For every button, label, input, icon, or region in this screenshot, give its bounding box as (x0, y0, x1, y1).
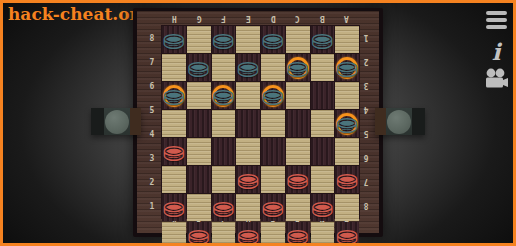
square-A7[interactable] (162, 54, 186, 81)
square-D7[interactable]: ⛂ (236, 54, 260, 81)
watermark-text: hack-cheat.org (8, 4, 150, 24)
teal-checker-piece[interactable]: ⛂ (212, 82, 235, 109)
square-G5[interactable] (311, 110, 335, 137)
square-A1[interactable] (162, 222, 186, 246)
rank-label: 2 (360, 50, 372, 74)
square-G3[interactable] (311, 166, 335, 193)
square-D2[interactable] (236, 194, 260, 221)
app-screen: hack-cheat.org HGFEDCBA ABCDEFGH 8765432… (0, 0, 516, 246)
teal-checker-piece[interactable]: ⛂ (187, 54, 210, 81)
square-F3[interactable]: ⛂ (286, 166, 310, 193)
square-A2[interactable]: ⛂ (162, 194, 186, 221)
square-C5[interactable] (212, 110, 236, 137)
square-A3[interactable] (162, 166, 186, 193)
tray-wood-mount (375, 108, 386, 135)
tray-disc (105, 110, 129, 134)
teal-checker-piece[interactable]: ⛂ (336, 54, 359, 81)
rank-label: 1 (360, 26, 372, 50)
board-frame: HGFEDCBA ABCDEFGH 87654321 12345678 ⛂⛂⛂⛂… (137, 11, 379, 233)
square-C7[interactable] (212, 54, 236, 81)
square-F4[interactable] (286, 138, 310, 165)
side-controls: i (483, 8, 509, 92)
square-F8[interactable] (286, 26, 310, 53)
square-H2[interactable] (335, 194, 359, 221)
rank-label: 5 (360, 122, 372, 146)
square-B4[interactable] (187, 138, 211, 165)
teal-checker-piece[interactable]: ⛂ (262, 82, 285, 109)
tray-disc (387, 110, 411, 134)
rank-label: 3 (360, 74, 372, 98)
square-A6[interactable]: ⛂ (162, 82, 186, 109)
square-E5[interactable] (261, 110, 285, 137)
square-E6[interactable]: ⛂ (261, 82, 285, 109)
left-piece-tray (91, 108, 141, 135)
square-G7[interactable] (311, 54, 335, 81)
square-A4[interactable]: ⛂ (162, 138, 186, 165)
file-label: F (211, 13, 236, 24)
square-C2[interactable]: ⛂ (212, 194, 236, 221)
file-label: G (187, 13, 212, 24)
square-D5[interactable] (236, 110, 260, 137)
square-G4[interactable] (311, 138, 335, 165)
board-grid: ⛂⛂⛂⛂⛂⛂⛂⛂⛂⛂⛂⛂⛂⛂⛂⛂⛂⛂⛂⛂⛂⛂⛂⛂ (161, 25, 360, 219)
teal-checker-piece[interactable]: ⛂ (163, 82, 186, 109)
red-checker-piece[interactable]: ⛂ (286, 166, 309, 193)
square-H6[interactable] (335, 82, 359, 109)
square-H1[interactable]: ⛂ (335, 222, 359, 246)
square-H4[interactable] (335, 138, 359, 165)
square-B5[interactable] (187, 110, 211, 137)
video-camera-icon[interactable] (483, 67, 509, 92)
square-B6[interactable] (187, 82, 211, 109)
square-F1[interactable]: ⛂ (286, 222, 310, 246)
teal-checker-piece[interactable]: ⛂ (212, 26, 235, 53)
square-E4[interactable] (261, 138, 285, 165)
teal-checker-piece[interactable]: ⛂ (336, 110, 359, 137)
square-G8[interactable]: ⛂ (311, 26, 335, 53)
teal-checker-piece[interactable]: ⛂ (262, 26, 285, 53)
square-F5[interactable] (286, 110, 310, 137)
square-D1[interactable]: ⛂ (236, 222, 260, 246)
info-icon[interactable]: i (483, 40, 509, 63)
teal-checker-piece[interactable]: ⛂ (311, 26, 334, 53)
square-H8[interactable] (335, 26, 359, 53)
red-checker-piece[interactable]: ⛂ (286, 222, 309, 246)
file-label: C (285, 13, 310, 24)
rank-label: 3 (146, 146, 158, 170)
file-label: E (236, 13, 261, 24)
file-label: A (334, 13, 359, 24)
square-G2[interactable]: ⛂ (311, 194, 335, 221)
square-B7[interactable]: ⛂ (187, 54, 211, 81)
menu-icon[interactable] (483, 8, 509, 29)
rank-labels-left: 87654321 (146, 26, 158, 218)
square-B2[interactable] (187, 194, 211, 221)
red-checker-piece[interactable]: ⛂ (311, 194, 334, 221)
square-B3[interactable] (187, 166, 211, 193)
rank-label: 2 (146, 170, 158, 194)
square-G1[interactable] (311, 222, 335, 246)
rank-label: 8 (146, 26, 158, 50)
square-D4[interactable] (236, 138, 260, 165)
square-E2[interactable]: ⛂ (261, 194, 285, 221)
teal-checker-piece[interactable]: ⛂ (286, 54, 309, 81)
right-piece-tray (375, 108, 425, 135)
square-C1[interactable] (212, 222, 236, 246)
teal-checker-piece[interactable]: ⛂ (163, 26, 186, 53)
red-checker-piece[interactable]: ⛂ (212, 194, 235, 221)
square-F2[interactable] (286, 194, 310, 221)
checkers-board: HGFEDCBA ABCDEFGH 87654321 12345678 ⛂⛂⛂⛂… (133, 8, 383, 237)
square-D3[interactable]: ⛂ (236, 166, 260, 193)
rank-label: 6 (360, 146, 372, 170)
square-H5[interactable]: ⛂ (335, 110, 359, 137)
square-F6[interactable] (286, 82, 310, 109)
rank-label: 1 (146, 194, 158, 218)
red-checker-piece[interactable]: ⛂ (336, 222, 359, 246)
file-label: D (261, 13, 286, 24)
red-checker-piece[interactable]: ⛂ (187, 222, 210, 246)
red-checker-piece[interactable]: ⛂ (163, 194, 186, 221)
rank-labels-right: 12345678 (360, 26, 372, 218)
red-checker-piece[interactable]: ⛂ (163, 138, 186, 165)
square-A5[interactable] (162, 110, 186, 137)
square-B8[interactable] (187, 26, 211, 53)
square-C8[interactable]: ⛂ (212, 26, 236, 53)
square-G6[interactable] (311, 82, 335, 109)
square-B1[interactable]: ⛂ (187, 222, 211, 246)
square-C6[interactable]: ⛂ (212, 82, 236, 109)
red-checker-piece[interactable]: ⛂ (237, 166, 260, 193)
rank-label: 7 (360, 170, 372, 194)
square-E1[interactable] (261, 222, 285, 246)
file-label: H (162, 13, 187, 24)
tray-wood-mount (130, 108, 141, 135)
tray-end-cap (412, 108, 425, 135)
square-C4[interactable] (212, 138, 236, 165)
tray-slot (104, 108, 130, 135)
teal-checker-piece[interactable]: ⛂ (237, 54, 260, 81)
rank-label: 4 (360, 98, 372, 122)
square-F7[interactable]: ⛂ (286, 54, 310, 81)
square-E7[interactable] (261, 54, 285, 81)
rank-label: 7 (146, 50, 158, 74)
red-checker-piece[interactable]: ⛂ (237, 222, 260, 246)
square-H7[interactable]: ⛂ (335, 54, 359, 81)
square-D6[interactable] (236, 82, 260, 109)
file-label: B (310, 13, 335, 24)
square-H3[interactable]: ⛂ (335, 166, 359, 193)
square-E8[interactable]: ⛂ (261, 26, 285, 53)
red-checker-piece[interactable]: ⛂ (336, 166, 359, 193)
tray-end-cap (91, 108, 104, 135)
square-D8[interactable] (236, 26, 260, 53)
rank-label: 6 (146, 74, 158, 98)
rank-label: 4 (146, 122, 158, 146)
red-checker-piece[interactable]: ⛂ (262, 194, 285, 221)
square-A8[interactable]: ⛂ (162, 26, 186, 53)
tray-slot (386, 108, 412, 135)
rank-label: 8 (360, 194, 372, 218)
square-E3[interactable] (261, 166, 285, 193)
square-C3[interactable] (212, 166, 236, 193)
rank-label: 5 (146, 98, 158, 122)
file-labels-top: HGFEDCBA (162, 13, 359, 24)
